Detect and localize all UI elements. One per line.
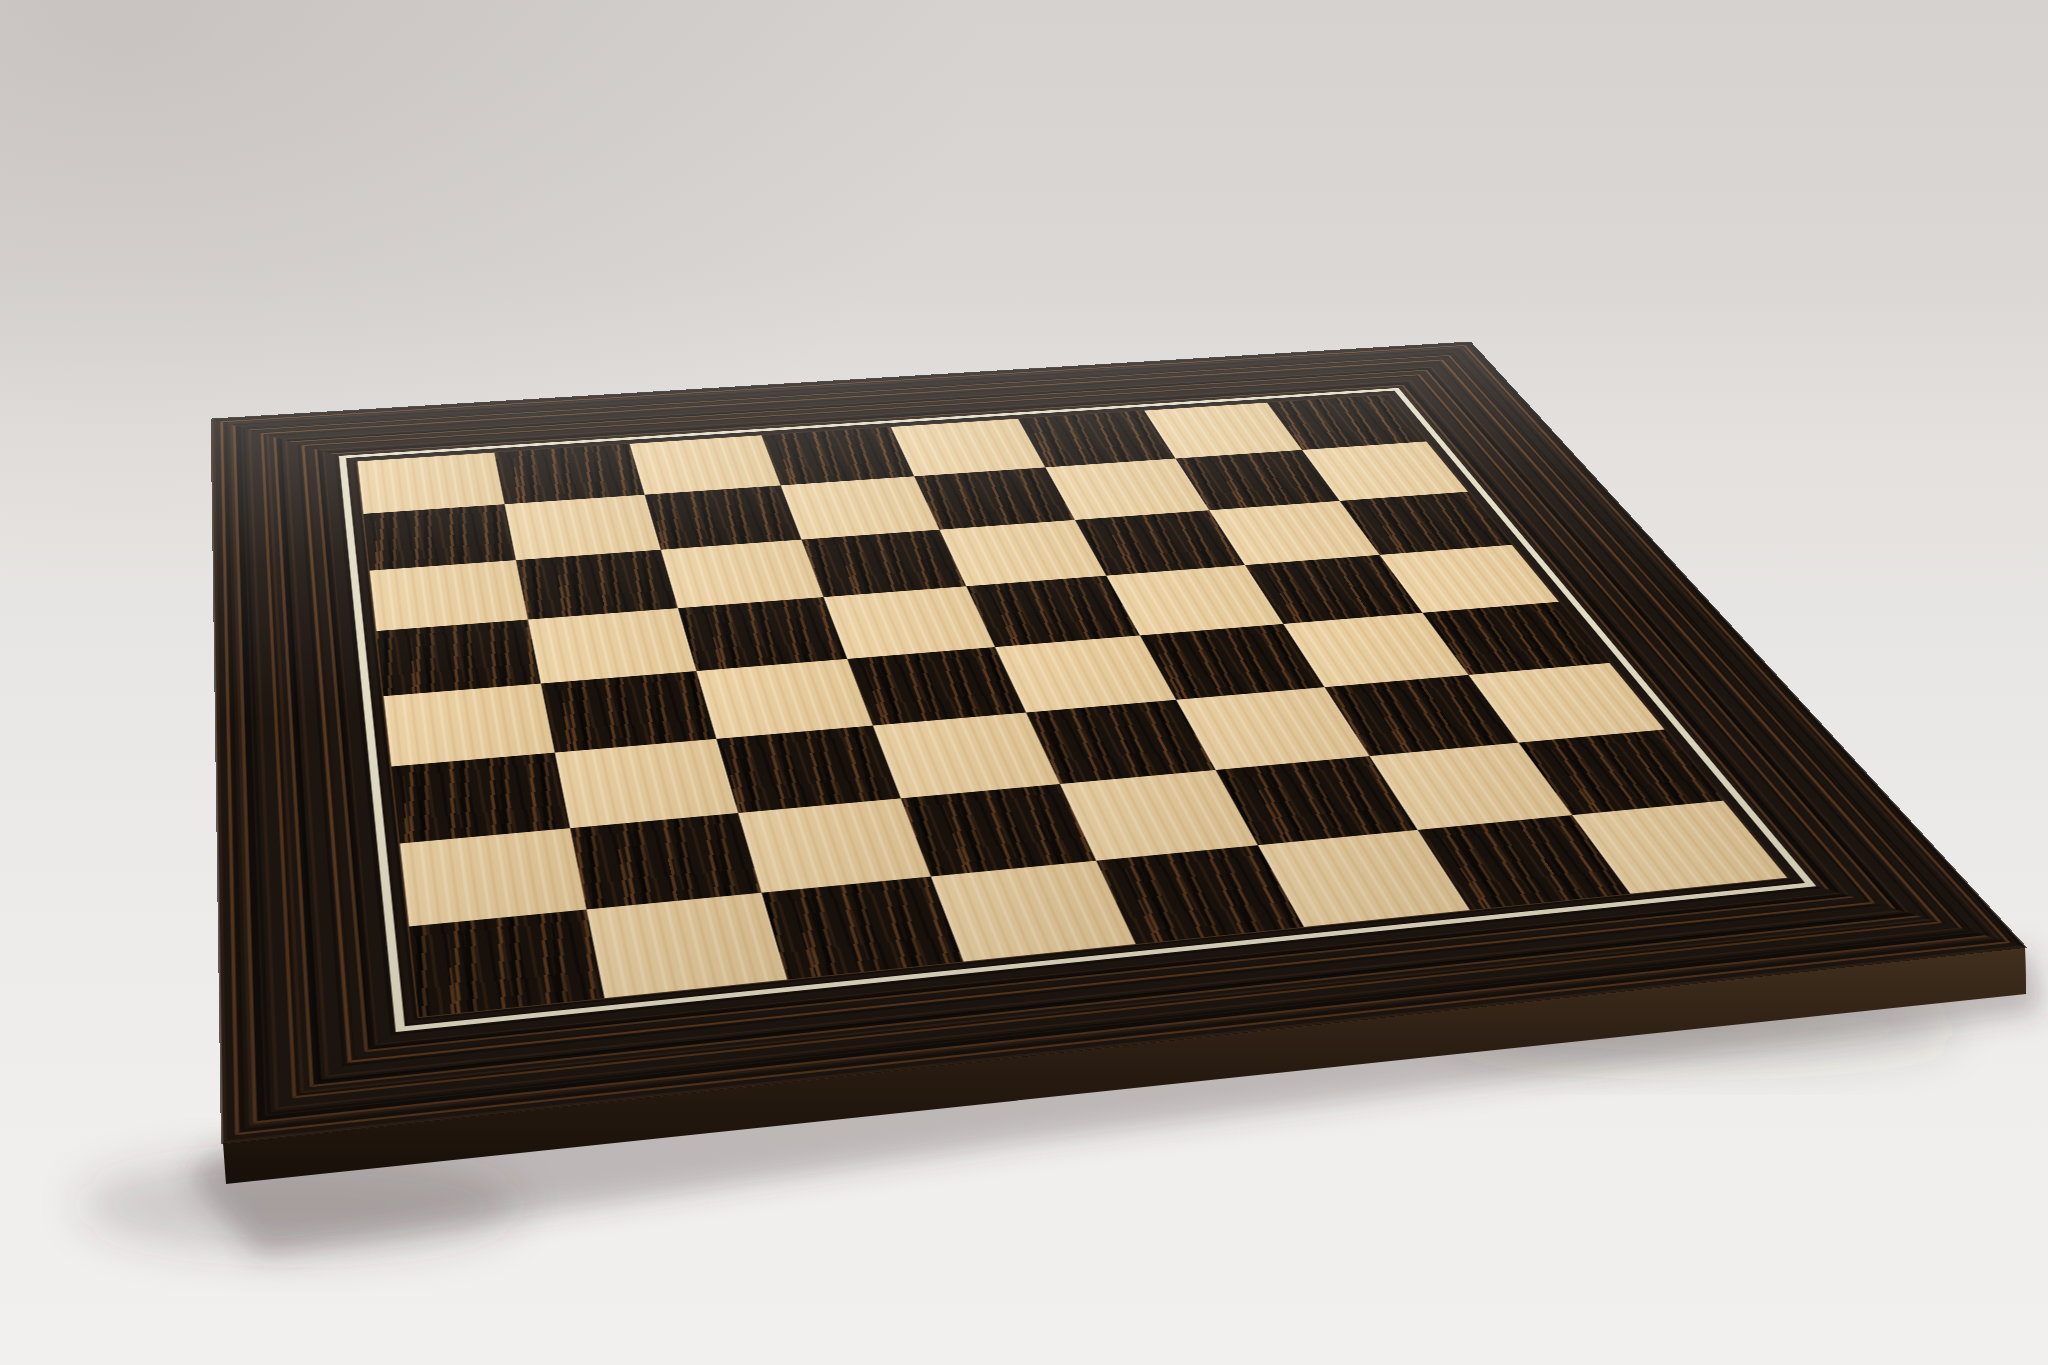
photo-backdrop [0, 0, 2048, 1365]
square-a8 [358, 453, 505, 514]
square-c7 [644, 486, 801, 550]
square-b8 [495, 444, 644, 504]
square-d7 [780, 476, 939, 539]
square-c8 [629, 435, 780, 495]
square-b7 [505, 495, 660, 560]
square-d5 [823, 586, 995, 659]
square-c1 [761, 876, 963, 979]
square-d6 [801, 529, 966, 597]
square-b1 [587, 893, 786, 998]
square-c6 [660, 539, 823, 608]
square-d8 [761, 427, 914, 486]
square-a1 [409, 909, 605, 1017]
